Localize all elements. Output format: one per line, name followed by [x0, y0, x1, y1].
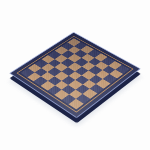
board-tilt-wrapper	[0, 0, 150, 150]
product-photo-scene	[0, 0, 150, 150]
board-pinstripe-frame	[16, 36, 133, 113]
chessboard	[9, 32, 140, 118]
